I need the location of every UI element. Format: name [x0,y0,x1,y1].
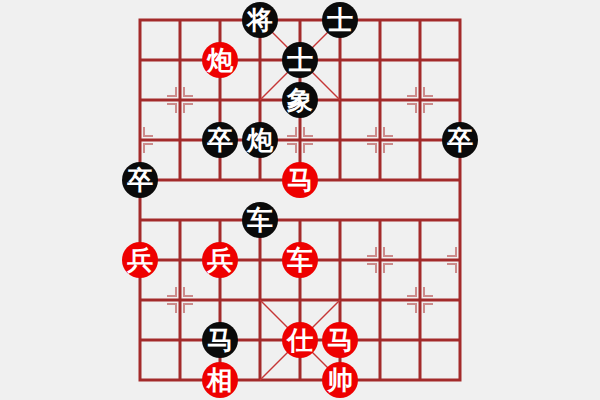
board-point-f0-r3[interactable] [120,120,160,160]
board-point-f8-r0[interactable] [440,0,480,40]
board-point-f0-r9[interactable] [120,360,160,400]
board-point-f3-r9[interactable] [240,360,280,400]
board-point-f8-r6[interactable] [440,240,480,280]
board-point-f8-r2[interactable] [440,80,480,120]
black-cannon-piece[interactable]: 炮 [242,122,278,158]
board-point-f4-r2[interactable]: 象 [280,80,320,120]
board-point-f6-r5[interactable] [360,200,400,240]
board-point-f5-r1[interactable] [320,40,360,80]
board-point-f5-r4[interactable] [320,160,360,200]
board-point-f5-r8[interactable]: 马 [320,320,360,360]
xiangqi-board: 将士炮士象卒炮卒卒马车兵兵车马仕马相帅 [120,0,480,400]
board-point-f2-r7[interactable] [200,280,240,320]
board-point-f6-r0[interactable] [360,0,400,40]
board-point-f4-r7[interactable] [280,280,320,320]
black-soldier-piece[interactable]: 卒 [442,122,478,158]
board-point-f7-r8[interactable] [400,320,440,360]
red-soldier-piece[interactable]: 兵 [122,242,158,278]
board-point-f0-r4[interactable]: 卒 [120,160,160,200]
board-point-f6-r9[interactable] [360,360,400,400]
board-point-f3-r8[interactable] [240,320,280,360]
red-horse-piece[interactable]: 马 [322,322,358,358]
board-point-f3-r5[interactable]: 车 [240,200,280,240]
board-point-f0-r7[interactable] [120,280,160,320]
black-soldier-piece[interactable]: 卒 [122,162,158,198]
black-chariot-piece[interactable]: 车 [242,202,278,238]
board-point-f4-r0[interactable] [280,0,320,40]
board-point-f8-r1[interactable] [440,40,480,80]
board-point-f0-r2[interactable] [120,80,160,120]
board-point-f8-r7[interactable] [440,280,480,320]
black-elephant-piece[interactable]: 象 [282,82,318,118]
board-point-f3-r0[interactable]: 将 [240,0,280,40]
board-point-f7-r2[interactable] [400,80,440,120]
board-point-f0-r8[interactable] [120,320,160,360]
board-point-f3-r3[interactable]: 炮 [240,120,280,160]
board-point-f3-r2[interactable] [240,80,280,120]
board-point-f8-r8[interactable] [440,320,480,360]
board-point-f4-r8[interactable]: 仕 [280,320,320,360]
black-soldier-piece[interactable]: 卒 [202,122,238,158]
board-point-f4-r3[interactable] [280,120,320,160]
board-point-f5-r7[interactable] [320,280,360,320]
board-point-f2-r6[interactable]: 兵 [200,240,240,280]
board-point-f5-r5[interactable] [320,200,360,240]
board-point-f7-r5[interactable] [400,200,440,240]
board-point-f6-r7[interactable] [360,280,400,320]
board-point-f0-r1[interactable] [120,40,160,80]
red-advisor-piece[interactable]: 仕 [282,322,318,358]
board-point-f7-r6[interactable] [400,240,440,280]
red-cannon-piece[interactable]: 炮 [202,42,238,78]
board-point-f8-r4[interactable] [440,160,480,200]
red-soldier-piece[interactable]: 兵 [202,242,238,278]
board-point-f4-r9[interactable] [280,360,320,400]
board-point-f6-r6[interactable] [360,240,400,280]
board-point-f5-r3[interactable] [320,120,360,160]
board-point-f7-r1[interactable] [400,40,440,80]
board-point-f2-r8[interactable]: 马 [200,320,240,360]
board-point-f6-r2[interactable] [360,80,400,120]
board-point-f4-r6[interactable]: 车 [280,240,320,280]
board-point-f1-r5[interactable] [160,200,200,240]
board-point-f0-r5[interactable] [120,200,160,240]
board-point-f7-r9[interactable] [400,360,440,400]
board-point-f6-r3[interactable] [360,120,400,160]
red-king-piece[interactable]: 帅 [322,362,358,398]
red-horse-piece[interactable]: 马 [282,162,318,198]
board-point-f1-r4[interactable] [160,160,200,200]
board-point-f2-r3[interactable]: 卒 [200,120,240,160]
board-point-f7-r0[interactable] [400,0,440,40]
board-point-f1-r2[interactable] [160,80,200,120]
board-point-f4-r5[interactable] [280,200,320,240]
board-point-f2-r4[interactable] [200,160,240,200]
board-point-f3-r1[interactable] [240,40,280,80]
board-point-f0-r0[interactable] [120,0,160,40]
board-point-f5-r6[interactable] [320,240,360,280]
board-point-f4-r4[interactable]: 马 [280,160,320,200]
board-point-f8-r3[interactable]: 卒 [440,120,480,160]
board-point-f1-r6[interactable] [160,240,200,280]
board-point-f2-r5[interactable] [200,200,240,240]
board-point-f3-r4[interactable] [240,160,280,200]
board-point-f6-r4[interactable] [360,160,400,200]
xiangqi-app-root: 将士炮士象卒炮卒卒马车兵兵车马仕马相帅 [0,0,600,400]
black-general-piece[interactable]: 将 [242,2,278,38]
board-point-f3-r7[interactable] [240,280,280,320]
black-advisor-piece[interactable]: 士 [322,2,358,38]
board-point-f1-r7[interactable] [160,280,200,320]
board-point-f6-r1[interactable] [360,40,400,80]
board-point-f6-r8[interactable] [360,320,400,360]
board-point-f5-r2[interactable] [320,80,360,120]
board-point-f2-r2[interactable] [200,80,240,120]
board-point-f5-r9[interactable]: 帅 [320,360,360,400]
board-point-f8-r9[interactable] [440,360,480,400]
board-point-f1-r8[interactable] [160,320,200,360]
board-point-f1-r3[interactable] [160,120,200,160]
board-point-f2-r9[interactable]: 相 [200,360,240,400]
board-point-f4-r1[interactable]: 士 [280,40,320,80]
black-horse-piece[interactable]: 马 [202,322,238,358]
board-point-f8-r5[interactable] [440,200,480,240]
black-advisor-piece[interactable]: 士 [282,42,318,78]
board-point-f1-r9[interactable] [160,360,200,400]
board-point-f1-r1[interactable] [160,40,200,80]
board-point-f2-r1[interactable]: 炮 [200,40,240,80]
board-point-f2-r0[interactable] [200,0,240,40]
board-point-f0-r6[interactable]: 兵 [120,240,160,280]
board-point-f1-r0[interactable] [160,0,200,40]
board-point-f5-r0[interactable]: 士 [320,0,360,40]
board-point-f7-r4[interactable] [400,160,440,200]
board-point-f3-r6[interactable] [240,240,280,280]
red-chariot-piece[interactable]: 车 [282,242,318,278]
red-elephant-piece[interactable]: 相 [202,362,238,398]
board-point-f7-r3[interactable] [400,120,440,160]
board-point-f7-r7[interactable] [400,280,440,320]
